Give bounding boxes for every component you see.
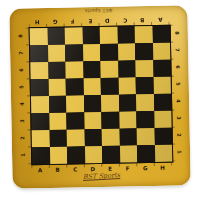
square-e5[interactable] — [101, 78, 119, 95]
square-d7[interactable] — [82, 44, 100, 61]
square-c5[interactable] — [66, 78, 84, 95]
square-f8[interactable] — [117, 26, 135, 43]
square-c1[interactable] — [67, 146, 85, 163]
square-b8[interactable] — [47, 28, 65, 45]
square-b1[interactable] — [49, 147, 67, 164]
square-d3[interactable] — [84, 112, 102, 129]
square-d8[interactable] — [82, 27, 100, 44]
square-f7[interactable] — [117, 43, 135, 60]
square-f3[interactable] — [119, 111, 137, 128]
square-h2[interactable] — [154, 128, 172, 145]
square-a1[interactable] — [32, 147, 50, 164]
rank-label-right-7: 7 — [170, 45, 187, 55]
square-c7[interactable] — [65, 44, 83, 61]
rank-label-left-6: 6 — [12, 65, 29, 75]
square-d5[interactable] — [83, 78, 101, 95]
square-e3[interactable] — [101, 112, 119, 129]
square-e6[interactable] — [100, 61, 118, 78]
rank-label-right-1: 1 — [171, 147, 188, 157]
square-b7[interactable] — [47, 45, 65, 62]
rank-label-right-3: 3 — [171, 113, 188, 123]
square-e1[interactable] — [102, 146, 120, 163]
square-g6[interactable] — [135, 60, 153, 77]
file-label-top-b: B — [133, 15, 151, 24]
file-label-top-d: D — [98, 16, 116, 25]
square-e4[interactable] — [101, 95, 119, 112]
rank-label-left-2: 2 — [13, 133, 30, 143]
square-d4[interactable] — [83, 95, 101, 112]
square-e2[interactable] — [102, 129, 120, 146]
square-f2[interactable] — [119, 128, 137, 145]
square-d6[interactable] — [83, 61, 101, 78]
square-c6[interactable] — [65, 61, 83, 78]
rank-label-right-4: 4 — [170, 96, 187, 106]
rank-label-right-2: 2 — [171, 130, 188, 140]
board-grid — [29, 25, 174, 166]
file-label-top-f: F — [63, 16, 81, 25]
square-c8[interactable] — [65, 27, 83, 44]
square-a8[interactable] — [30, 28, 48, 45]
square-h8[interactable] — [152, 26, 170, 43]
square-a7[interactable] — [30, 45, 48, 62]
rank-label-left-4: 4 — [13, 99, 30, 109]
square-g8[interactable] — [135, 26, 153, 43]
square-f4[interactable] — [118, 94, 136, 111]
file-label-top-g: G — [46, 17, 64, 26]
rank-labels-right: 87654321 — [173, 24, 186, 160]
square-b6[interactable] — [48, 62, 66, 79]
square-a4[interactable] — [31, 96, 49, 113]
file-label-top-e: E — [81, 16, 99, 25]
square-h5[interactable] — [153, 77, 171, 94]
brand-text-top: BST Sports — [9, 6, 187, 14]
square-c3[interactable] — [66, 112, 84, 129]
file-label-top-h: H — [28, 17, 46, 26]
square-g3[interactable] — [136, 111, 154, 128]
square-a2[interactable] — [32, 130, 50, 147]
board-photo: BST Sports HGFEDCBA ABCDEFGH 87654321 87… — [0, 0, 200, 200]
square-f6[interactable] — [118, 60, 136, 77]
rank-label-left-5: 5 — [12, 82, 29, 92]
square-d1[interactable] — [84, 146, 102, 163]
square-g2[interactable] — [137, 128, 155, 145]
rank-labels-left: 87654321 — [15, 27, 28, 163]
square-f1[interactable] — [119, 145, 137, 162]
square-b4[interactable] — [48, 96, 66, 113]
square-b3[interactable] — [49, 113, 67, 130]
square-h6[interactable] — [153, 60, 171, 77]
rank-label-right-6: 6 — [170, 62, 187, 72]
square-g5[interactable] — [136, 77, 154, 94]
square-g1[interactable] — [137, 145, 155, 162]
chess-board-mat: BST Sports HGFEDCBA ABCDEFGH 87654321 87… — [9, 5, 190, 188]
rank-label-left-8: 8 — [11, 31, 28, 41]
square-e8[interactable] — [100, 27, 118, 44]
square-g7[interactable] — [135, 43, 153, 60]
square-h3[interactable] — [154, 111, 172, 128]
square-a5[interactable] — [31, 79, 49, 96]
square-h7[interactable] — [152, 43, 170, 60]
rank-label-right-8: 8 — [169, 28, 186, 38]
square-g4[interactable] — [136, 94, 154, 111]
square-b5[interactable] — [48, 79, 66, 96]
square-h1[interactable] — [154, 145, 172, 162]
rank-label-left-7: 7 — [12, 48, 29, 58]
file-label-top-c: C — [116, 15, 134, 24]
square-c4[interactable] — [66, 95, 84, 112]
rank-label-right-5: 5 — [170, 79, 187, 89]
square-b2[interactable] — [49, 130, 67, 147]
rank-label-left-1: 1 — [14, 150, 31, 160]
square-h4[interactable] — [153, 94, 171, 111]
rank-label-left-3: 3 — [13, 116, 30, 126]
square-e7[interactable] — [100, 44, 118, 61]
square-a6[interactable] — [30, 62, 48, 79]
square-c2[interactable] — [67, 129, 85, 146]
square-a3[interactable] — [31, 113, 49, 130]
file-label-top-a: A — [151, 15, 169, 24]
square-f5[interactable] — [118, 77, 136, 94]
square-d2[interactable] — [84, 129, 102, 146]
